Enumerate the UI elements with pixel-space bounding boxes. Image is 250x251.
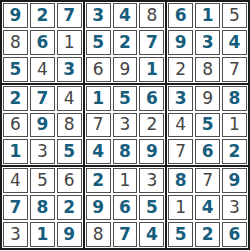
cell-r6c4[interactable]: 4 — [86, 139, 111, 164]
sudoku-box-9: 879143526 — [167, 167, 248, 248]
cell-r3c6[interactable]: 1 — [139, 57, 164, 82]
cell-r1c8[interactable]: 1 — [195, 3, 220, 28]
cell-r5c4[interactable]: 7 — [86, 113, 111, 138]
cell-r7c1[interactable]: 4 — [3, 168, 28, 193]
cell-r7c3[interactable]: 6 — [57, 168, 82, 193]
cell-r3c9[interactable]: 7 — [222, 57, 247, 82]
cell-r9c7[interactable]: 5 — [168, 222, 193, 247]
cell-r3c5[interactable]: 9 — [113, 57, 138, 82]
cell-r3c2[interactable]: 4 — [30, 57, 55, 82]
cell-r1c4[interactable]: 3 — [86, 3, 111, 28]
cell-r5c5[interactable]: 3 — [113, 113, 138, 138]
cell-r4c3[interactable]: 4 — [57, 86, 82, 111]
cell-r3c4[interactable]: 6 — [86, 57, 111, 82]
cell-r3c3[interactable]: 3 — [57, 57, 82, 82]
cell-r6c3[interactable]: 5 — [57, 139, 82, 164]
sudoku-box-2: 348527691 — [85, 2, 166, 83]
cell-r7c6[interactable]: 3 — [139, 168, 164, 193]
cell-r8c4[interactable]: 9 — [86, 195, 111, 220]
sudoku-box-7: 456782319 — [2, 167, 83, 248]
cell-r6c2[interactable]: 3 — [30, 139, 55, 164]
cell-r9c4[interactable]: 8 — [86, 222, 111, 247]
cell-r9c1[interactable]: 3 — [3, 222, 28, 247]
cell-r2c4[interactable]: 5 — [86, 30, 111, 55]
cell-r9c2[interactable]: 1 — [30, 222, 55, 247]
cell-r5c6[interactable]: 2 — [139, 113, 164, 138]
cell-r2c5[interactable]: 2 — [113, 30, 138, 55]
cell-r9c6[interactable]: 4 — [139, 222, 164, 247]
cell-r6c5[interactable]: 8 — [113, 139, 138, 164]
cell-r4c5[interactable]: 5 — [113, 86, 138, 111]
cell-r2c3[interactable]: 1 — [57, 30, 82, 55]
sudoku-box-5: 156732489 — [85, 85, 166, 166]
cell-r2c9[interactable]: 4 — [222, 30, 247, 55]
cell-r1c1[interactable]: 9 — [3, 3, 28, 28]
cell-r1c5[interactable]: 4 — [113, 3, 138, 28]
sudoku-box-3: 615934287 — [167, 2, 248, 83]
cell-r7c7[interactable]: 8 — [168, 168, 193, 193]
cell-r8c1[interactable]: 7 — [3, 195, 28, 220]
cell-r4c1[interactable]: 2 — [3, 86, 28, 111]
cell-r2c7[interactable]: 9 — [168, 30, 193, 55]
cell-r6c7[interactable]: 7 — [168, 139, 193, 164]
cell-r7c4[interactable]: 2 — [86, 168, 111, 193]
cell-r2c2[interactable]: 6 — [30, 30, 55, 55]
cell-r9c9[interactable]: 6 — [222, 222, 247, 247]
cell-r7c8[interactable]: 7 — [195, 168, 220, 193]
cell-r1c2[interactable]: 2 — [30, 3, 55, 28]
cell-r2c6[interactable]: 7 — [139, 30, 164, 55]
cell-r3c8[interactable]: 8 — [195, 57, 220, 82]
cell-r5c1[interactable]: 6 — [3, 113, 28, 138]
cell-r6c9[interactable]: 2 — [222, 139, 247, 164]
cell-r3c1[interactable]: 5 — [3, 57, 28, 82]
cell-r5c2[interactable]: 9 — [30, 113, 55, 138]
cell-r8c7[interactable]: 1 — [168, 195, 193, 220]
cell-r1c7[interactable]: 6 — [168, 3, 193, 28]
cell-r7c5[interactable]: 1 — [113, 168, 138, 193]
cell-r6c1[interactable]: 1 — [3, 139, 28, 164]
cell-r4c2[interactable]: 7 — [30, 86, 55, 111]
sudoku-box-1: 927861543 — [2, 2, 83, 83]
cell-r7c2[interactable]: 5 — [30, 168, 55, 193]
cell-r8c6[interactable]: 5 — [139, 195, 164, 220]
cell-r5c7[interactable]: 4 — [168, 113, 193, 138]
cell-r4c4[interactable]: 1 — [86, 86, 111, 111]
cell-r3c7[interactable]: 2 — [168, 57, 193, 82]
cell-r9c3[interactable]: 9 — [57, 222, 82, 247]
cell-r8c3[interactable]: 2 — [57, 195, 82, 220]
cell-r8c8[interactable]: 4 — [195, 195, 220, 220]
sudoku-box-6: 398451762 — [167, 85, 248, 166]
cell-r4c6[interactable]: 6 — [139, 86, 164, 111]
cell-r9c8[interactable]: 2 — [195, 222, 220, 247]
cell-r8c5[interactable]: 6 — [113, 195, 138, 220]
cell-r4c7[interactable]: 3 — [168, 86, 193, 111]
cell-r4c8[interactable]: 9 — [195, 86, 220, 111]
cell-r8c9[interactable]: 3 — [222, 195, 247, 220]
cell-r8c2[interactable]: 8 — [30, 195, 55, 220]
sudoku-box-4: 274698135 — [2, 85, 83, 166]
cell-r4c9[interactable]: 8 — [222, 86, 247, 111]
sudoku-box-8: 213965874 — [85, 167, 166, 248]
sudoku-board: 9278615433485276916159342872746981351567… — [0, 0, 250, 250]
cell-r5c3[interactable]: 8 — [57, 113, 82, 138]
cell-r2c8[interactable]: 3 — [195, 30, 220, 55]
cell-r1c6[interactable]: 8 — [139, 3, 164, 28]
cell-r9c5[interactable]: 7 — [113, 222, 138, 247]
cell-r6c6[interactable]: 9 — [139, 139, 164, 164]
cell-r7c9[interactable]: 9 — [222, 168, 247, 193]
cell-r5c8[interactable]: 5 — [195, 113, 220, 138]
cell-r2c1[interactable]: 8 — [3, 30, 28, 55]
cell-r5c9[interactable]: 1 — [222, 113, 247, 138]
cell-r1c3[interactable]: 7 — [57, 3, 82, 28]
cell-r1c9[interactable]: 5 — [222, 3, 247, 28]
cell-r6c8[interactable]: 6 — [195, 139, 220, 164]
